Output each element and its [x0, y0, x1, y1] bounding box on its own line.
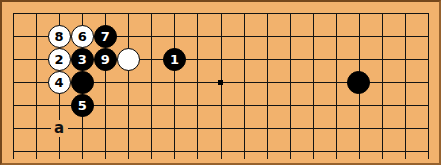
star-point-marker [218, 80, 223, 85]
go-stone-white-6: 6 [71, 25, 94, 48]
go-stone-white [117, 48, 140, 71]
go-stone-white-2: 2 [48, 48, 71, 71]
go-stone-white-4: 4 [48, 71, 71, 94]
go-stone-black-7: 7 [94, 25, 117, 48]
go-stone-black [347, 71, 370, 94]
go-stone-black-9: 9 [94, 48, 117, 71]
go-board-diagram: 867239145a [0, 0, 441, 165]
go-stone-black-5: 5 [71, 94, 94, 117]
go-stone-white-8: 8 [48, 25, 71, 48]
go-stone-black-1: 1 [163, 48, 186, 71]
go-stone-black [71, 71, 94, 94]
go-stone-black-3: 3 [71, 48, 94, 71]
point-label-a: a [51, 120, 68, 137]
